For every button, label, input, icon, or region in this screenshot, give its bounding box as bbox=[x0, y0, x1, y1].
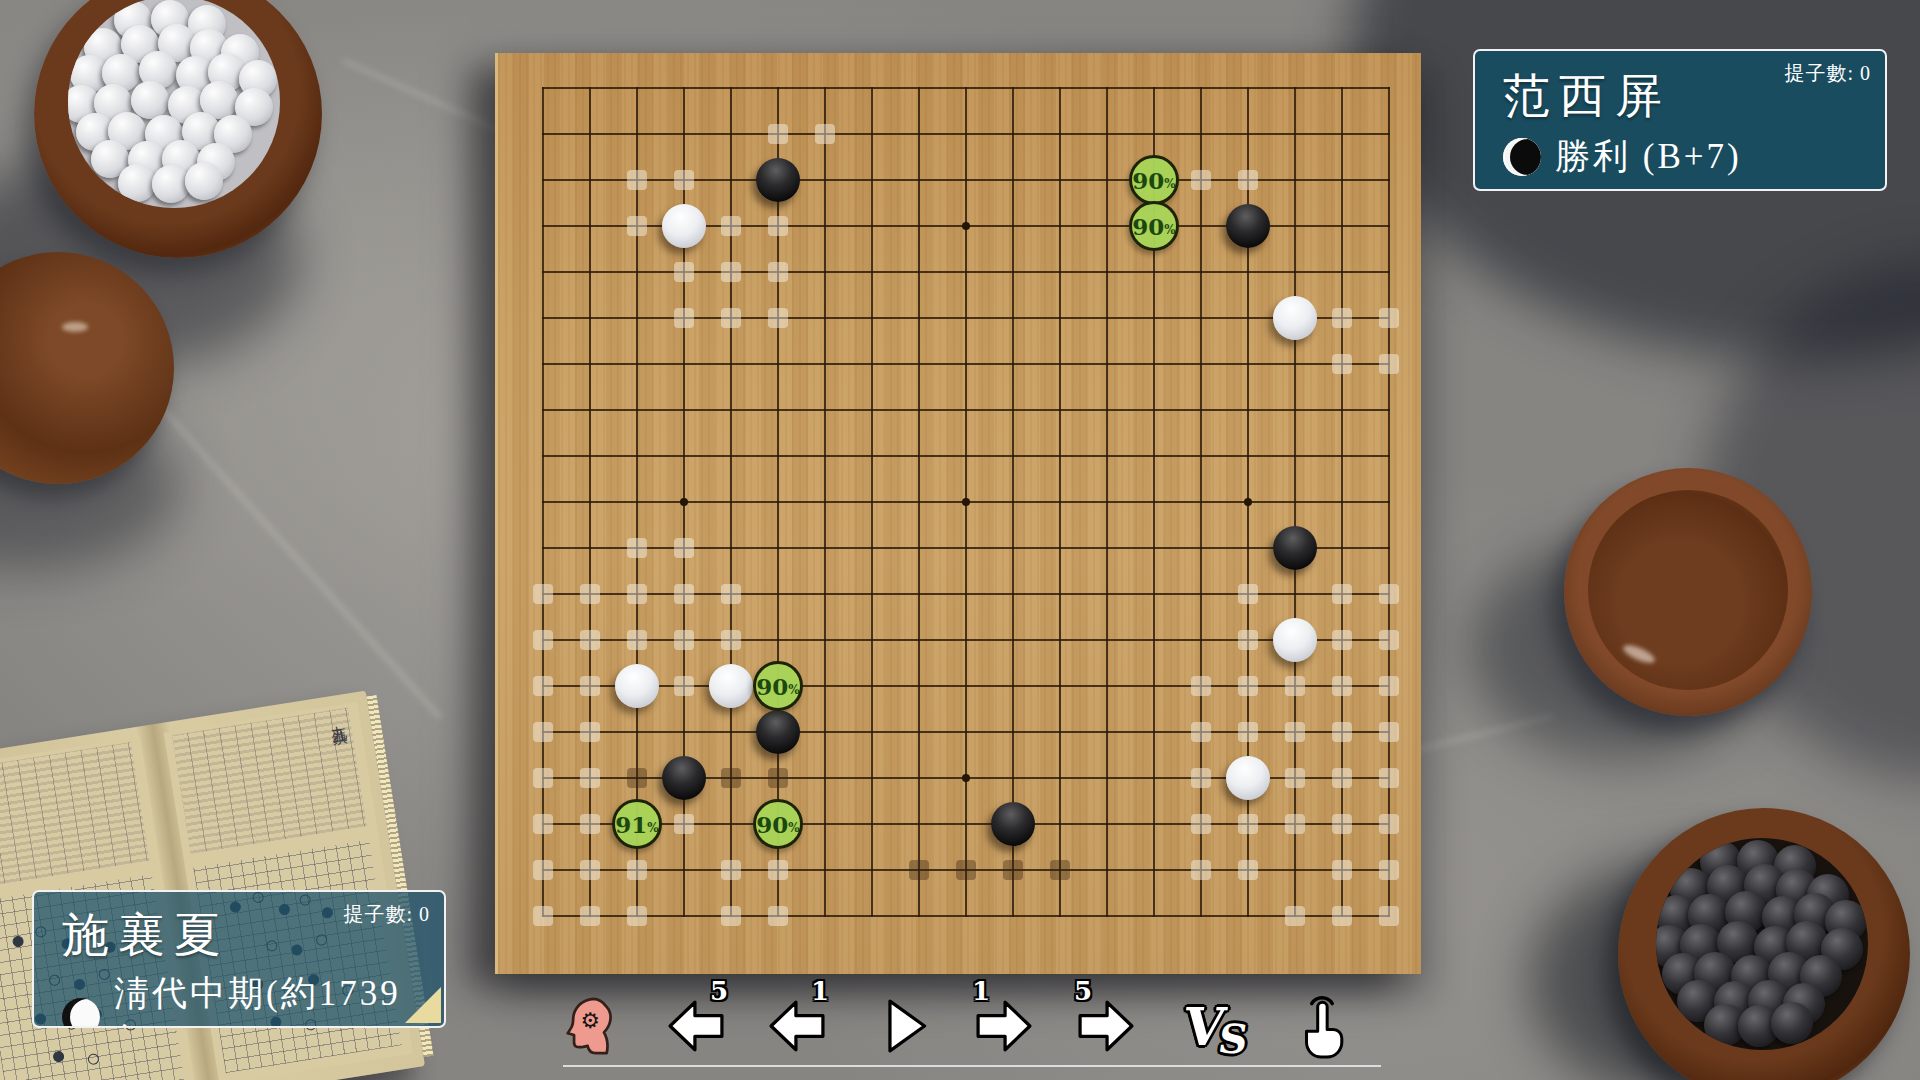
territory-mark-white bbox=[674, 630, 694, 650]
bowl-black-stone bbox=[1771, 1002, 1813, 1044]
territory-mark-white bbox=[1332, 906, 1352, 926]
territory-mark-black bbox=[721, 768, 741, 788]
toolbar-button-tap[interactable] bbox=[1284, 988, 1360, 1064]
territory-mark-white bbox=[580, 676, 600, 696]
territory-mark-white bbox=[533, 584, 553, 604]
bowl-lid-left bbox=[0, 252, 174, 484]
territory-mark-black bbox=[627, 768, 647, 788]
territory-mark-white bbox=[1379, 722, 1399, 742]
step-count-label: 1 bbox=[811, 976, 829, 1006]
territory-mark-white bbox=[674, 170, 694, 190]
territory-mark-white bbox=[1285, 814, 1305, 834]
toolbar-button-play[interactable] bbox=[866, 988, 942, 1064]
lid-highlight bbox=[62, 322, 88, 332]
territory-mark-black bbox=[1050, 860, 1070, 880]
star-point bbox=[962, 222, 970, 230]
territory-mark-white bbox=[1238, 676, 1258, 696]
star-point bbox=[1244, 498, 1252, 506]
territory-mark-white bbox=[1332, 308, 1352, 328]
territory-mark-black bbox=[909, 860, 929, 880]
player-name: 范西屏 bbox=[1503, 65, 1671, 128]
territory-mark-white bbox=[1379, 860, 1399, 880]
territory-mark-white bbox=[580, 630, 600, 650]
territory-mark-white bbox=[1332, 814, 1352, 834]
step-count-label: 1 bbox=[972, 976, 990, 1006]
grid-line-h bbox=[542, 685, 1390, 687]
step-count-label: 5 bbox=[710, 976, 728, 1006]
territory-mark-white bbox=[533, 630, 553, 650]
go-board[interactable]: 90%90%90%91%90% bbox=[495, 53, 1421, 974]
territory-mark-white bbox=[627, 170, 647, 190]
territory-mark-white bbox=[1379, 814, 1399, 834]
lid-inner bbox=[1588, 490, 1788, 690]
territory-mark-white bbox=[1238, 814, 1258, 834]
territory-mark-white bbox=[1332, 584, 1352, 604]
svg-text:⚙: ⚙ bbox=[580, 1008, 600, 1033]
territory-mark-white bbox=[1379, 354, 1399, 374]
territory-mark-white bbox=[533, 722, 553, 742]
black-stone-bowl bbox=[1618, 808, 1910, 1080]
territory-mark-white bbox=[1332, 676, 1352, 696]
panel-corner-fold[interactable] bbox=[405, 987, 441, 1023]
grid-line-h bbox=[542, 639, 1390, 641]
arrow-right-icon bbox=[1077, 999, 1135, 1053]
territory-mark-white bbox=[721, 630, 741, 650]
white-stone bbox=[1273, 618, 1317, 662]
head-gear-icon: ⚙ bbox=[565, 995, 623, 1057]
territory-mark-white bbox=[721, 584, 741, 604]
grid-line-v bbox=[1012, 87, 1014, 917]
territory-mark-white bbox=[580, 906, 600, 926]
black-stone-icon bbox=[1503, 138, 1541, 176]
territory-mark-white bbox=[721, 216, 741, 236]
black-stone bbox=[991, 802, 1035, 846]
player-panel-black: 提子數: 0 范西屏 勝利 (B+7) bbox=[1473, 49, 1887, 191]
captures-count: 提子數: 0 bbox=[1784, 60, 1871, 87]
book-diagram-stone bbox=[52, 1050, 65, 1063]
book-text-columns bbox=[0, 742, 150, 888]
white-stone-bowl bbox=[34, 0, 322, 258]
territory-mark-white bbox=[1332, 722, 1352, 742]
toolbar-button-back-5[interactable]: 5 bbox=[658, 988, 734, 1064]
suggestion-badge[interactable]: 90% bbox=[753, 661, 803, 711]
territory-mark-white bbox=[721, 860, 741, 880]
grid-line-h bbox=[542, 547, 1390, 549]
black-bowl-opening bbox=[1656, 838, 1868, 1050]
territory-mark-white bbox=[627, 630, 647, 650]
territory-mark-white bbox=[533, 860, 553, 880]
territory-mark-black bbox=[768, 768, 788, 788]
territory-mark-white bbox=[674, 538, 694, 558]
marble-vein bbox=[158, 405, 442, 720]
grid-line-h bbox=[542, 593, 1390, 595]
suggestion-badge[interactable]: 91% bbox=[612, 799, 662, 849]
territory-mark-white bbox=[1191, 170, 1211, 190]
arrow-right-icon bbox=[975, 999, 1033, 1053]
territory-mark-white bbox=[1285, 722, 1305, 742]
suggestion-badge[interactable]: 90% bbox=[1129, 155, 1179, 205]
territory-mark-white bbox=[627, 584, 647, 604]
territory-mark-white bbox=[1191, 860, 1211, 880]
bowl-lid-right bbox=[1564, 468, 1812, 716]
toolbar-divider bbox=[563, 1065, 1381, 1067]
territory-mark-white bbox=[1238, 860, 1258, 880]
star-point bbox=[962, 774, 970, 782]
game-result: 勝利 (B+7) bbox=[1555, 133, 1742, 180]
grid-line-h bbox=[542, 823, 1390, 825]
white-stone bbox=[1226, 756, 1270, 800]
territory-mark-white bbox=[533, 676, 553, 696]
territory-mark-white bbox=[674, 262, 694, 282]
black-stone bbox=[756, 158, 800, 202]
territory-mark-white bbox=[627, 538, 647, 558]
toolbar-button-back-1[interactable]: 1 bbox=[759, 988, 835, 1064]
black-stone bbox=[1273, 526, 1317, 570]
territory-mark-white bbox=[768, 262, 788, 282]
bowl-white-stone bbox=[118, 164, 156, 202]
territory-mark-white bbox=[1238, 630, 1258, 650]
territory-mark-white bbox=[1285, 768, 1305, 788]
territory-mark-white bbox=[533, 814, 553, 834]
tap-hand-icon bbox=[1294, 995, 1350, 1057]
territory-mark-white bbox=[1379, 584, 1399, 604]
territory-mark-white bbox=[768, 216, 788, 236]
territory-mark-white bbox=[1332, 768, 1352, 788]
star-point bbox=[680, 498, 688, 506]
grid-line-h bbox=[542, 915, 1390, 917]
player-panel-white: 提子數: 0 施襄夏 淸代中期(約1739年) bbox=[32, 890, 446, 1028]
territory-mark-white bbox=[815, 124, 835, 144]
territory-mark-white bbox=[580, 722, 600, 742]
territory-mark-white bbox=[768, 308, 788, 328]
vs-icon: VS bbox=[1180, 996, 1254, 1057]
book-diagram-stone bbox=[12, 935, 25, 948]
toolbar-button-forward-1[interactable]: 1 bbox=[966, 988, 1042, 1064]
bowl-white-stone bbox=[131, 81, 169, 119]
book-diagram-stone bbox=[87, 1053, 100, 1066]
grid-line-v bbox=[1341, 87, 1343, 917]
territory-mark-white bbox=[1285, 676, 1305, 696]
white-stone bbox=[709, 664, 753, 708]
territory-mark-white bbox=[1379, 768, 1399, 788]
player-era: 淸代中期(約1739年) bbox=[114, 970, 444, 1028]
grid-line-v bbox=[1388, 87, 1390, 917]
territory-mark-white bbox=[1238, 170, 1258, 190]
territory-mark-white bbox=[768, 124, 788, 144]
white-bowl-opening bbox=[68, 0, 280, 208]
territory-mark-white bbox=[1191, 768, 1211, 788]
captures-count: 提子數: 0 bbox=[343, 901, 430, 928]
territory-mark-white bbox=[674, 814, 694, 834]
territory-mark-white bbox=[1191, 676, 1211, 696]
territory-mark-white bbox=[674, 308, 694, 328]
territory-mark-white bbox=[627, 216, 647, 236]
territory-mark-white bbox=[721, 262, 741, 282]
territory-mark-white bbox=[1191, 722, 1211, 742]
grid-line-v bbox=[1106, 87, 1108, 917]
territory-mark-white bbox=[627, 906, 647, 926]
white-stone bbox=[615, 664, 659, 708]
step-count-label: 5 bbox=[1074, 976, 1092, 1006]
white-stone bbox=[662, 204, 706, 248]
player-name: 施襄夏 bbox=[62, 904, 230, 967]
territory-mark-white bbox=[1379, 630, 1399, 650]
territory-mark-white bbox=[674, 676, 694, 696]
territory-mark-black bbox=[956, 860, 976, 880]
white-stone-icon bbox=[62, 998, 100, 1028]
territory-mark-white bbox=[533, 906, 553, 926]
territory-mark-white bbox=[1191, 814, 1211, 834]
territory-mark-white bbox=[768, 906, 788, 926]
territory-mark-white bbox=[627, 860, 647, 880]
territory-mark-white bbox=[721, 308, 741, 328]
toolbar-button-analysis[interactable]: ⚙ bbox=[556, 988, 632, 1064]
suggestion-badge[interactable]: 90% bbox=[1129, 201, 1179, 251]
territory-mark-white bbox=[580, 814, 600, 834]
territory-mark-white bbox=[768, 860, 788, 880]
play-icon bbox=[877, 998, 931, 1054]
white-stone bbox=[1273, 296, 1317, 340]
territory-mark-white bbox=[533, 768, 553, 788]
suggestion-badge[interactable]: 90% bbox=[753, 799, 803, 849]
bowl-white-stone bbox=[185, 162, 223, 200]
grid-line-v bbox=[1059, 87, 1061, 917]
grid-line-h bbox=[542, 731, 1390, 733]
territory-mark-white bbox=[1285, 906, 1305, 926]
territory-mark-white bbox=[1332, 630, 1352, 650]
territory-mark-white bbox=[674, 584, 694, 604]
territory-mark-white bbox=[580, 860, 600, 880]
book-text-columns bbox=[172, 708, 367, 854]
territory-mark-white bbox=[721, 906, 741, 926]
arrow-left-icon bbox=[768, 999, 826, 1053]
territory-mark-white bbox=[1238, 584, 1258, 604]
grid-line-v bbox=[1200, 87, 1202, 917]
territory-mark-white bbox=[580, 584, 600, 604]
territory-mark-black bbox=[1003, 860, 1023, 880]
star-point bbox=[962, 498, 970, 506]
grid-line-v bbox=[1294, 87, 1296, 917]
territory-mark-white bbox=[1379, 906, 1399, 926]
territory-mark-white bbox=[1238, 722, 1258, 742]
black-stone bbox=[756, 710, 800, 754]
territory-mark-white bbox=[580, 768, 600, 788]
toolbar-button-forward-5[interactable]: 5 bbox=[1068, 988, 1144, 1064]
black-stone bbox=[1226, 204, 1270, 248]
territory-mark-white bbox=[1379, 676, 1399, 696]
arrow-left-icon bbox=[667, 999, 725, 1053]
territory-mark-white bbox=[1332, 860, 1352, 880]
black-stone bbox=[662, 756, 706, 800]
toolbar-button-versus[interactable]: VS bbox=[1179, 988, 1255, 1064]
territory-mark-white bbox=[1379, 308, 1399, 328]
territory-mark-white bbox=[1332, 354, 1352, 374]
